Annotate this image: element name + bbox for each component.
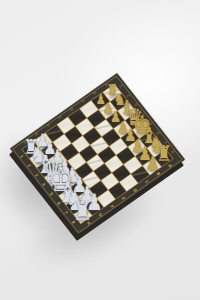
piece-white-rook[interactable]: ♜ xyxy=(73,197,93,224)
piece-black-pawn[interactable]: ♟ xyxy=(145,154,159,173)
product-photo-stage: AABBCCDDEEFFGGHH1122334455667788 ♜♞♝♛♚♝♞… xyxy=(0,0,200,300)
